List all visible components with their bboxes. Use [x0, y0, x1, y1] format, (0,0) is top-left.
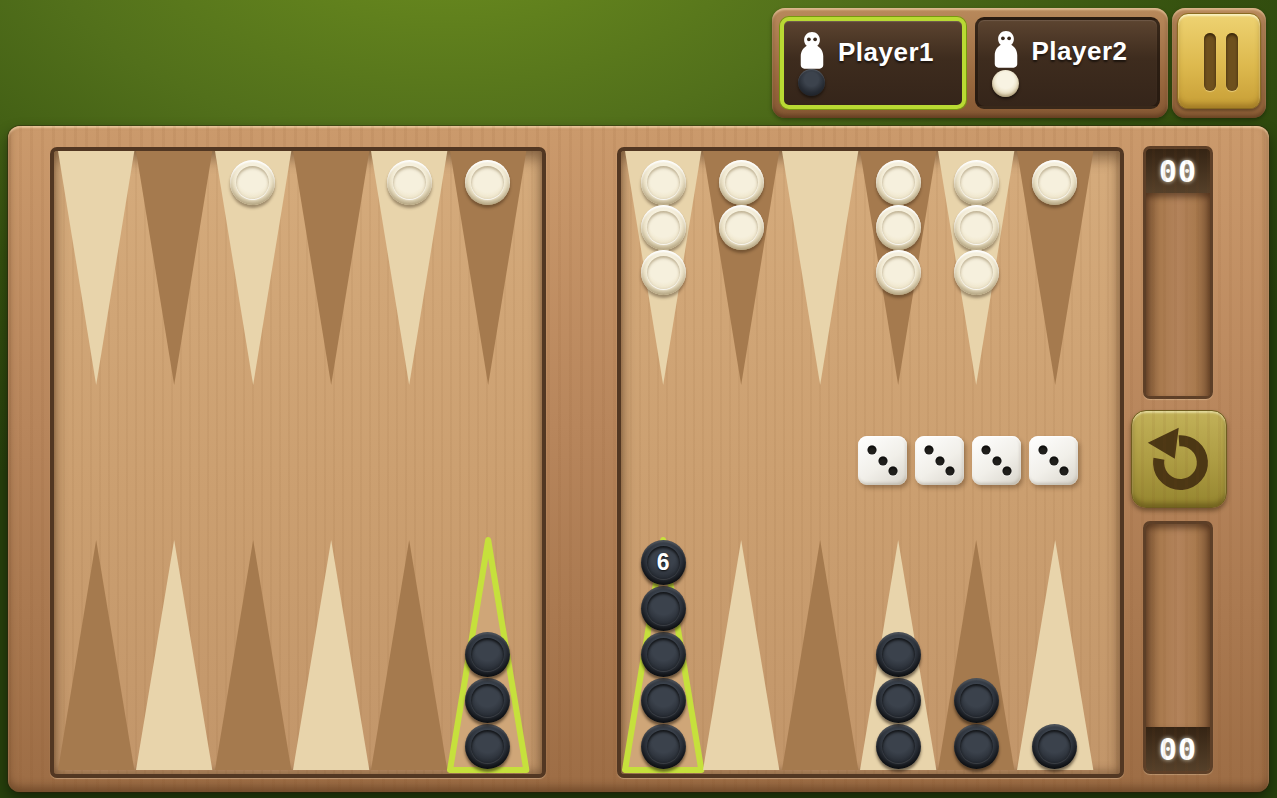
point-18[interactable]	[449, 151, 527, 387]
white-checker[interactable]	[641, 250, 686, 295]
backgammon-app: Player1 Player2	[0, 0, 1277, 798]
bear-off-channel-bottom	[1146, 524, 1210, 727]
black-checker[interactable]	[641, 632, 686, 677]
die-3-value-3	[972, 436, 1021, 485]
point-13[interactable]	[57, 151, 135, 387]
player2-avatar-icon	[991, 30, 1021, 68]
point-7[interactable]	[449, 538, 527, 772]
player-hud: Player1 Player2	[772, 8, 1168, 118]
white-checker[interactable]	[641, 160, 686, 205]
point-5[interactable]	[702, 538, 780, 772]
white-checker[interactable]	[719, 160, 764, 205]
white-checker[interactable]	[954, 205, 999, 250]
black-checker[interactable]	[876, 678, 921, 723]
white-checker[interactable]	[876, 205, 921, 250]
point-16-triangle	[292, 151, 370, 387]
white-checker[interactable]	[954, 250, 999, 295]
player1-checker-chip	[798, 69, 825, 96]
black-checker[interactable]	[641, 586, 686, 631]
point-9[interactable]	[292, 538, 370, 772]
white-checker[interactable]	[1032, 160, 1077, 205]
die-4-value-3	[1029, 436, 1078, 485]
point-12[interactable]	[57, 538, 135, 772]
black-checker[interactable]	[954, 724, 999, 769]
pause-icon	[1204, 33, 1216, 91]
point-16[interactable]	[292, 151, 370, 387]
player1-name-label: Player1	[838, 37, 958, 68]
point-20[interactable]	[702, 151, 780, 387]
black-checker[interactable]	[1032, 724, 1077, 769]
point-15[interactable]	[214, 151, 292, 387]
player2-name-label: Player2	[1032, 36, 1152, 67]
point-12-triangle	[57, 538, 135, 772]
player2-panel: Player2	[975, 17, 1161, 109]
pause-icon	[1226, 33, 1238, 91]
point-21[interactable]	[781, 151, 859, 387]
white-checker[interactable]	[876, 250, 921, 295]
player2-checker-chip	[992, 70, 1019, 97]
undo-counterclockwise-arrow-icon	[1140, 419, 1218, 499]
bear-off-count-top: 00	[1146, 149, 1210, 193]
point-23[interactable]	[937, 151, 1015, 387]
player1-panel: Player1	[780, 17, 966, 109]
point-6[interactable]: 6	[624, 538, 702, 772]
point-5-triangle	[702, 538, 780, 772]
white-checker[interactable]	[954, 160, 999, 205]
point-21-triangle	[781, 151, 859, 387]
die-2-value-3	[915, 436, 964, 485]
board: 6 00 00	[8, 126, 1269, 792]
black-checker[interactable]	[465, 678, 510, 723]
pause-button[interactable]	[1177, 13, 1261, 109]
point-22[interactable]	[859, 151, 937, 387]
bear-off-channel-top	[1146, 193, 1210, 396]
white-checker[interactable]	[230, 160, 275, 205]
black-checker[interactable]	[465, 724, 510, 769]
white-checker[interactable]	[641, 205, 686, 250]
board-left-half	[50, 147, 546, 778]
dice-tray	[858, 436, 1078, 485]
point-11[interactable]	[135, 538, 213, 772]
white-checker[interactable]	[465, 160, 510, 205]
point-9-triangle	[292, 538, 370, 772]
white-checker[interactable]	[387, 160, 432, 205]
white-checker[interactable]	[876, 160, 921, 205]
point-13-triangle	[57, 151, 135, 387]
bear-off-count-bottom: 00	[1146, 727, 1210, 771]
player1-avatar-icon	[797, 31, 827, 69]
pause-button-backing	[1172, 8, 1266, 118]
bear-off-tray-bottom[interactable]: 00	[1143, 521, 1213, 774]
point-14[interactable]	[135, 151, 213, 387]
point-4-triangle	[781, 538, 859, 772]
black-checker[interactable]	[641, 724, 686, 769]
black-checker[interactable]	[876, 724, 921, 769]
point-10[interactable]	[214, 538, 292, 772]
point-19[interactable]	[624, 151, 702, 387]
point-10-triangle	[214, 538, 292, 772]
stack-count-badge: 6	[641, 540, 686, 585]
point-1[interactable]	[1016, 538, 1094, 772]
bear-off-tray-top[interactable]: 00	[1143, 146, 1213, 399]
black-checker[interactable]	[954, 678, 999, 723]
point-2[interactable]	[937, 538, 1015, 772]
point-4[interactable]	[781, 538, 859, 772]
point-24[interactable]	[1016, 151, 1094, 387]
point-8[interactable]	[370, 538, 448, 772]
point-11-triangle	[135, 538, 213, 772]
point-3[interactable]	[859, 538, 937, 772]
black-checker[interactable]	[876, 632, 921, 677]
point-8-triangle	[370, 538, 448, 772]
black-checker[interactable]: 6	[641, 540, 686, 585]
black-checker[interactable]	[465, 632, 510, 677]
point-17[interactable]	[370, 151, 448, 387]
point-14-triangle	[135, 151, 213, 387]
die-1-value-3	[858, 436, 907, 485]
undo-button[interactable]	[1131, 410, 1227, 508]
white-checker[interactable]	[719, 205, 764, 250]
black-checker[interactable]	[641, 678, 686, 723]
